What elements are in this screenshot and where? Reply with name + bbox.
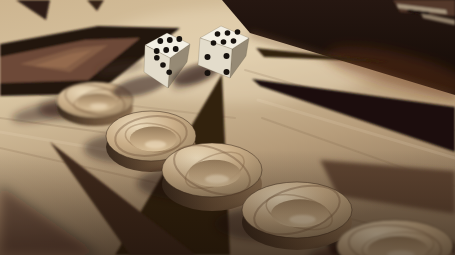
checker-dish-highlight xyxy=(145,141,167,149)
die-pip xyxy=(154,55,160,61)
die-pip xyxy=(160,62,166,68)
die-pip xyxy=(221,39,227,45)
die-pip xyxy=(154,48,160,54)
die-pip xyxy=(215,31,221,37)
die-pip xyxy=(231,38,237,44)
backgammon-board-photo xyxy=(0,0,455,255)
die-pip xyxy=(224,69,230,75)
die-pip xyxy=(167,37,173,43)
die-pip xyxy=(166,69,172,75)
die-pip xyxy=(205,70,211,76)
die-pip xyxy=(224,53,230,59)
die-pip xyxy=(205,54,211,60)
die-pip xyxy=(157,38,163,44)
checker-dish-highlight xyxy=(90,103,108,109)
die-pip xyxy=(235,29,241,35)
die-pip xyxy=(225,30,231,36)
die-pip xyxy=(173,46,179,52)
die-pip xyxy=(163,47,169,53)
die-pip xyxy=(176,36,182,42)
die-pip xyxy=(211,40,217,46)
